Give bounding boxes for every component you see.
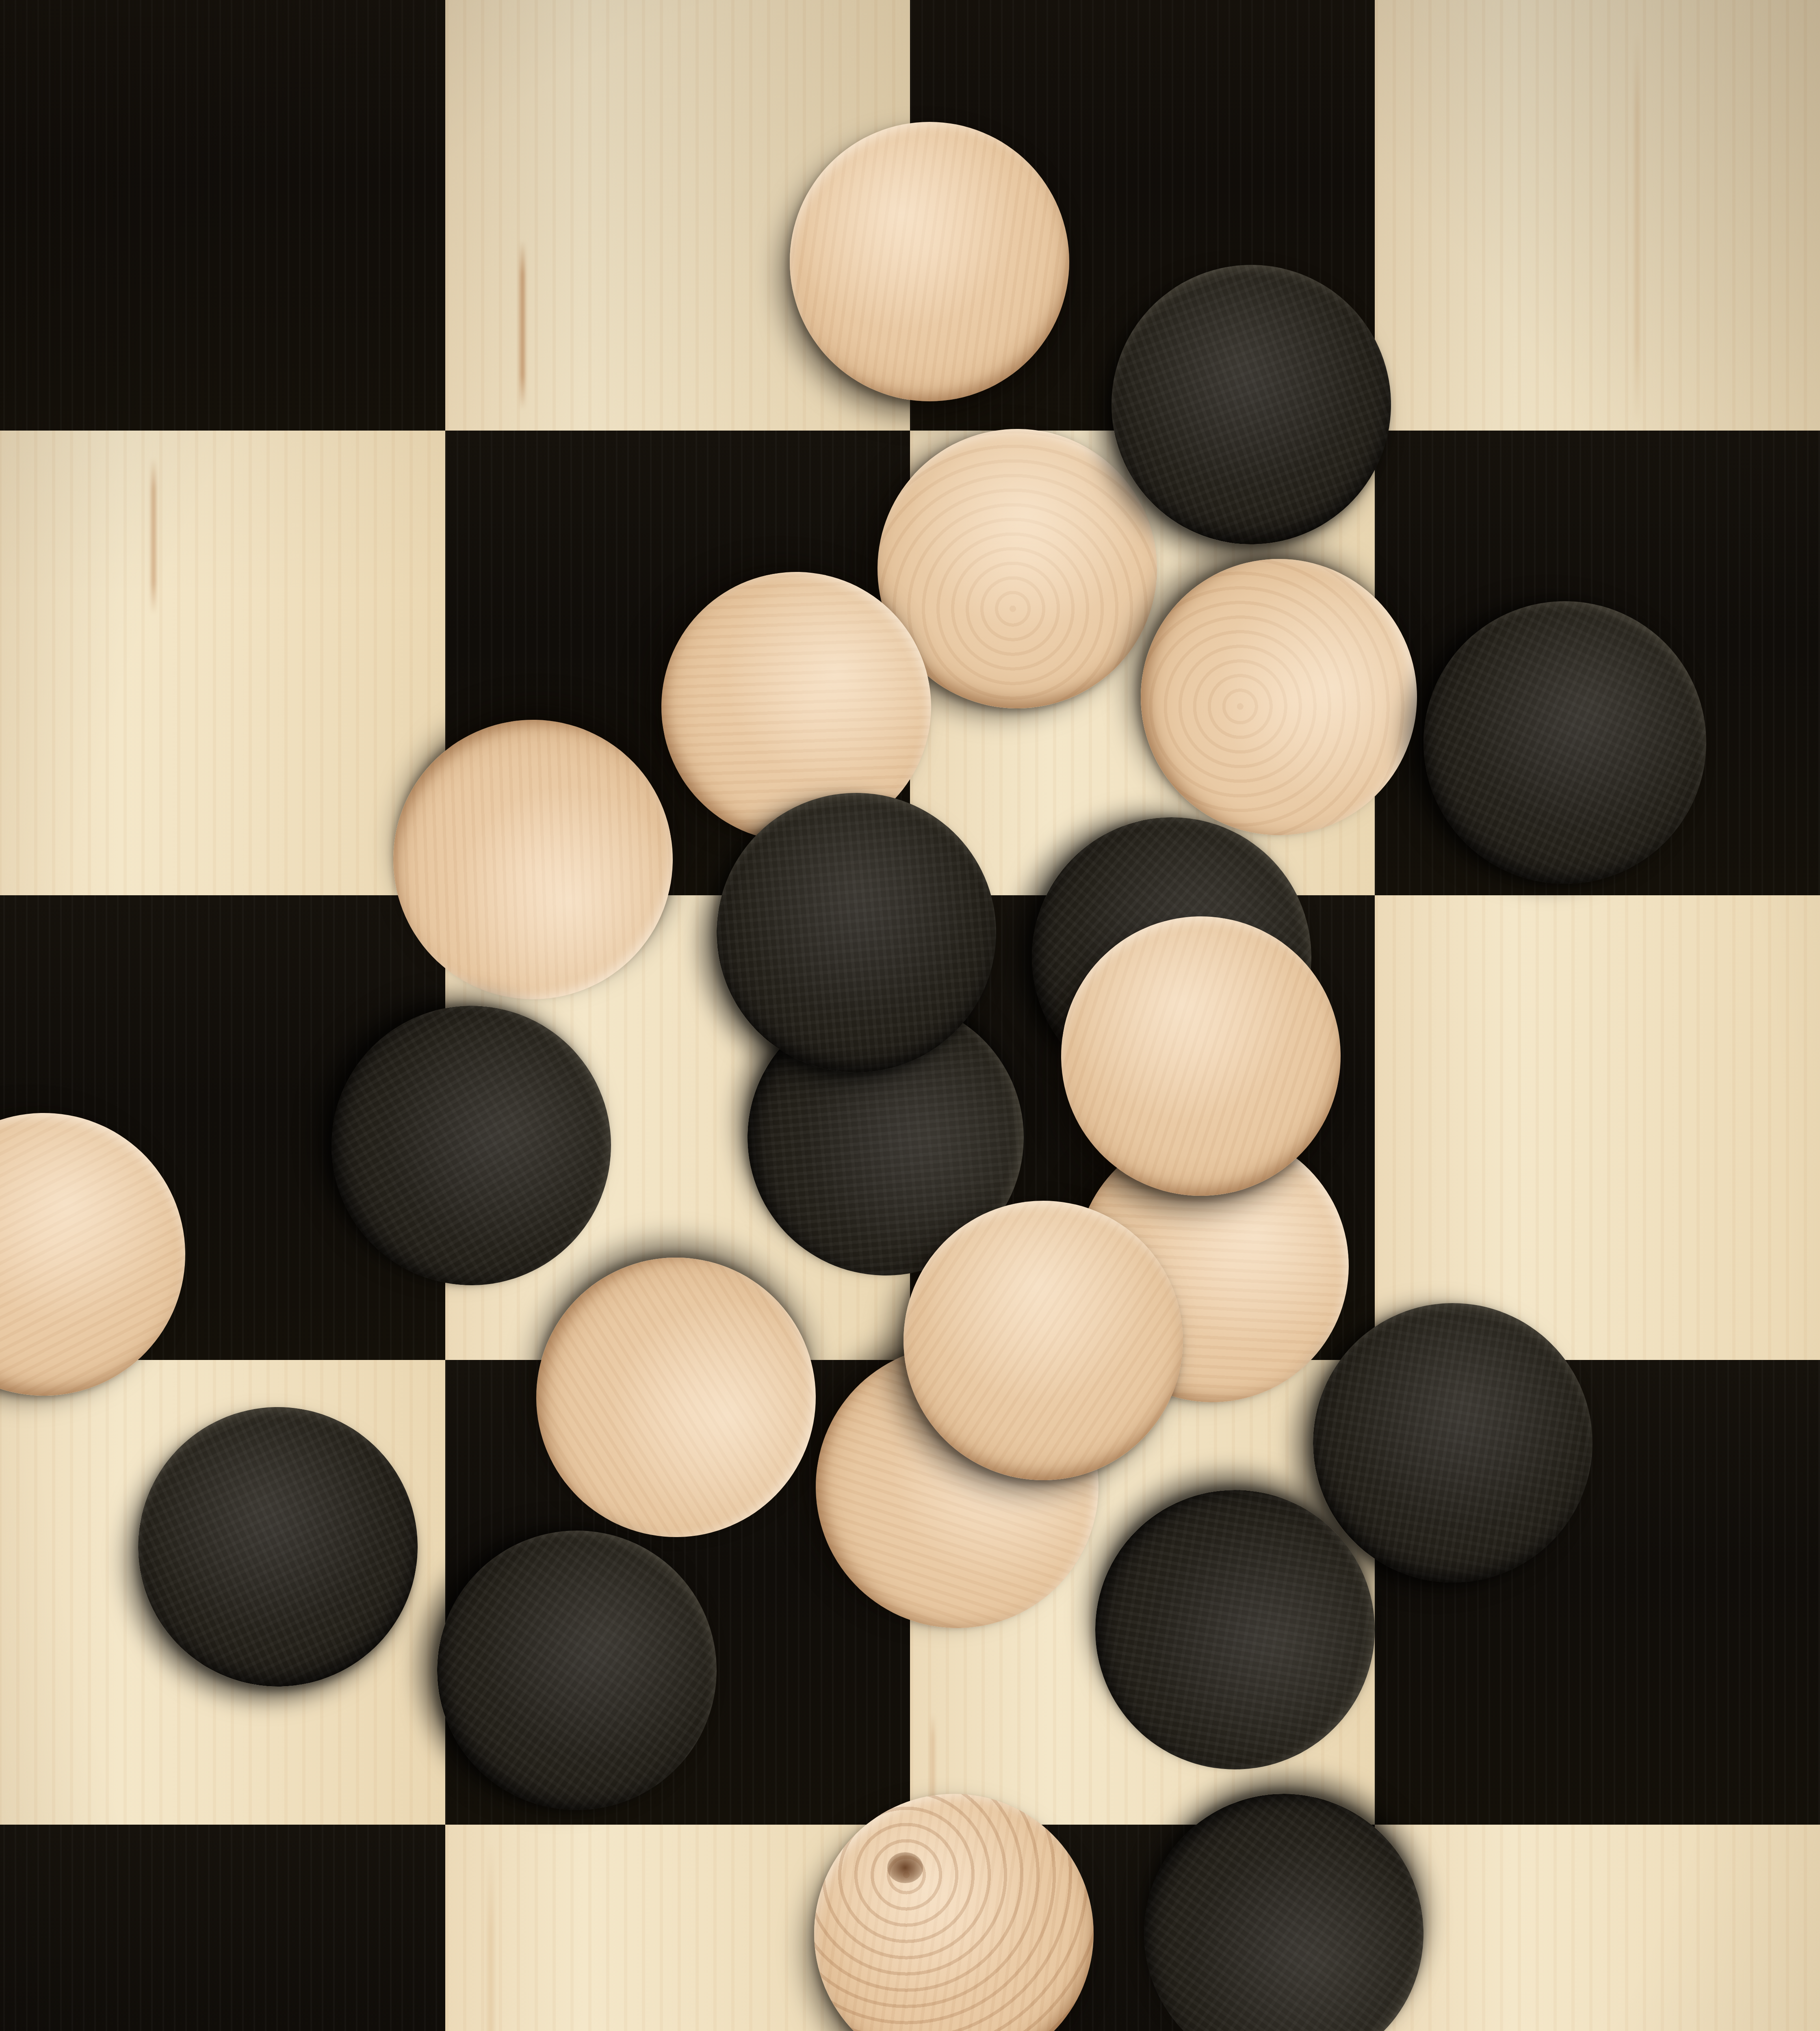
checker-piece-light[interactable]: [790, 122, 1069, 401]
wood-grain-streak: [1635, 32, 1640, 422]
board-square-light: [1375, 0, 1820, 431]
board-square-light: [1375, 895, 1820, 1360]
board-square-dark: [0, 1825, 445, 2031]
wood-grain-streak: [520, 240, 525, 409]
wood-grain-streak: [151, 458, 156, 614]
wood-grain-streak: [487, 1844, 494, 2031]
board-square-dark: [0, 0, 445, 431]
checkers-board-photo: [0, 0, 1820, 2031]
board-square-light: [0, 431, 445, 895]
board-square-light: [1375, 1825, 1820, 2031]
